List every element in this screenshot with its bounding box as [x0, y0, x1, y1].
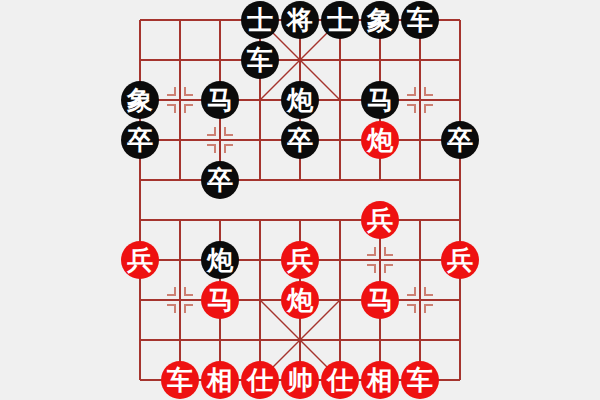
piece-black-soldier[interactable]: 卒: [121, 121, 159, 159]
xiangqi-board: 士将士象车车象马炮马卒卒炮卒卒兵兵炮兵兵马炮马车相仕帅仕相车: [120, 0, 480, 400]
piece-black-elephant[interactable]: 象: [121, 81, 159, 119]
piece-red-elephant[interactable]: 相: [201, 361, 239, 399]
piece-red-chariot[interactable]: 车: [161, 361, 199, 399]
xiangqi-app: 士将士象车车象马炮马卒卒炮卒卒兵兵炮兵兵马炮马车相仕帅仕相车: [0, 0, 600, 400]
piece-black-soldier[interactable]: 卒: [441, 121, 479, 159]
piece-red-horse[interactable]: 马: [201, 281, 239, 319]
piece-black-general[interactable]: 将: [281, 1, 319, 39]
piece-red-soldier[interactable]: 兵: [361, 201, 399, 239]
piece-red-horse[interactable]: 马: [361, 281, 399, 319]
piece-red-general[interactable]: 帅: [281, 361, 319, 399]
piece-red-soldier[interactable]: 兵: [441, 241, 479, 279]
piece-black-cannon[interactable]: 炮: [281, 81, 319, 119]
piece-black-advisor[interactable]: 士: [321, 1, 359, 39]
piece-red-cannon[interactable]: 炮: [361, 121, 399, 159]
piece-black-horse[interactable]: 马: [361, 81, 399, 119]
piece-black-elephant[interactable]: 象: [361, 1, 399, 39]
piece-red-soldier[interactable]: 兵: [121, 241, 159, 279]
piece-black-cannon[interactable]: 炮: [201, 241, 239, 279]
piece-red-soldier[interactable]: 兵: [281, 241, 319, 279]
piece-red-advisor[interactable]: 仕: [321, 361, 359, 399]
piece-black-chariot[interactable]: 车: [401, 1, 439, 39]
piece-black-soldier[interactable]: 卒: [281, 121, 319, 159]
piece-black-advisor[interactable]: 士: [241, 1, 279, 39]
piece-red-advisor[interactable]: 仕: [241, 361, 279, 399]
piece-black-soldier[interactable]: 卒: [201, 161, 239, 199]
piece-red-chariot[interactable]: 车: [401, 361, 439, 399]
piece-black-chariot[interactable]: 车: [241, 41, 279, 79]
piece-red-cannon[interactable]: 炮: [281, 281, 319, 319]
piece-red-elephant[interactable]: 相: [361, 361, 399, 399]
piece-black-horse[interactable]: 马: [201, 81, 239, 119]
